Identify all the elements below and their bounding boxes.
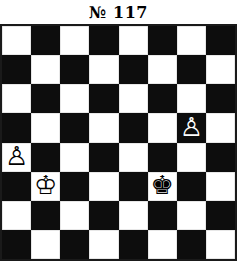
square-b8[interactable] (31, 26, 60, 55)
white-pawn-g5[interactable]: ♙ (180, 114, 203, 140)
square-g1[interactable] (177, 230, 206, 259)
square-c2[interactable] (60, 201, 89, 230)
square-h1[interactable] (206, 230, 235, 259)
white-king-b3[interactable]: ♔ (34, 172, 57, 198)
square-d4[interactable] (89, 143, 118, 172)
square-f8[interactable] (148, 26, 177, 55)
square-b1[interactable] (31, 230, 60, 259)
square-h5[interactable] (206, 113, 235, 142)
square-b6[interactable] (31, 84, 60, 113)
square-c4[interactable] (60, 143, 89, 172)
square-g5[interactable]: ♙ (177, 113, 206, 142)
square-e8[interactable] (119, 26, 148, 55)
square-h8[interactable] (206, 26, 235, 55)
square-e4[interactable] (119, 143, 148, 172)
square-a5[interactable] (2, 113, 31, 142)
square-c7[interactable] (60, 55, 89, 84)
puzzle-number-title: № 117 (0, 0, 237, 24)
square-b5[interactable] (31, 113, 60, 142)
square-c6[interactable] (60, 84, 89, 113)
square-f1[interactable] (148, 230, 177, 259)
square-a2[interactable] (2, 201, 31, 230)
square-h2[interactable] (206, 201, 235, 230)
square-f2[interactable] (148, 201, 177, 230)
square-b2[interactable] (31, 201, 60, 230)
square-c3[interactable] (60, 172, 89, 201)
square-b4[interactable] (31, 143, 60, 172)
square-e1[interactable] (119, 230, 148, 259)
square-h6[interactable] (206, 84, 235, 113)
square-f4[interactable] (148, 143, 177, 172)
square-d7[interactable] (89, 55, 118, 84)
square-e7[interactable] (119, 55, 148, 84)
square-g8[interactable] (177, 26, 206, 55)
square-g3[interactable] (177, 172, 206, 201)
square-c5[interactable] (60, 113, 89, 142)
square-c8[interactable] (60, 26, 89, 55)
square-f5[interactable] (148, 113, 177, 142)
square-a4[interactable]: ♙ (2, 143, 31, 172)
square-e3[interactable] (119, 172, 148, 201)
square-g4[interactable] (177, 143, 206, 172)
square-h3[interactable] (206, 172, 235, 201)
square-d6[interactable] (89, 84, 118, 113)
square-f6[interactable] (148, 84, 177, 113)
square-f3[interactable]: ♚ (148, 172, 177, 201)
square-d3[interactable] (89, 172, 118, 201)
square-c1[interactable] (60, 230, 89, 259)
square-f7[interactable] (148, 55, 177, 84)
white-pawn-a4[interactable]: ♙ (5, 143, 28, 169)
black-king-f3[interactable]: ♚ (151, 172, 174, 198)
square-d8[interactable] (89, 26, 118, 55)
square-g2[interactable] (177, 201, 206, 230)
square-a6[interactable] (2, 84, 31, 113)
square-a8[interactable] (2, 26, 31, 55)
square-b7[interactable] (31, 55, 60, 84)
square-a7[interactable] (2, 55, 31, 84)
square-d1[interactable] (89, 230, 118, 259)
square-a1[interactable] (2, 230, 31, 259)
square-d2[interactable] (89, 201, 118, 230)
square-h7[interactable] (206, 55, 235, 84)
square-g6[interactable] (177, 84, 206, 113)
square-e5[interactable] (119, 113, 148, 142)
square-d5[interactable] (89, 113, 118, 142)
chess-diagram-page: № 117 ♙♙♔♚ (0, 0, 237, 261)
square-h4[interactable] (206, 143, 235, 172)
square-g7[interactable] (177, 55, 206, 84)
square-a3[interactable] (2, 172, 31, 201)
square-e2[interactable] (119, 201, 148, 230)
square-e6[interactable] (119, 84, 148, 113)
chess-board: ♙♙♔♚ (0, 24, 237, 261)
square-b3[interactable]: ♔ (31, 172, 60, 201)
